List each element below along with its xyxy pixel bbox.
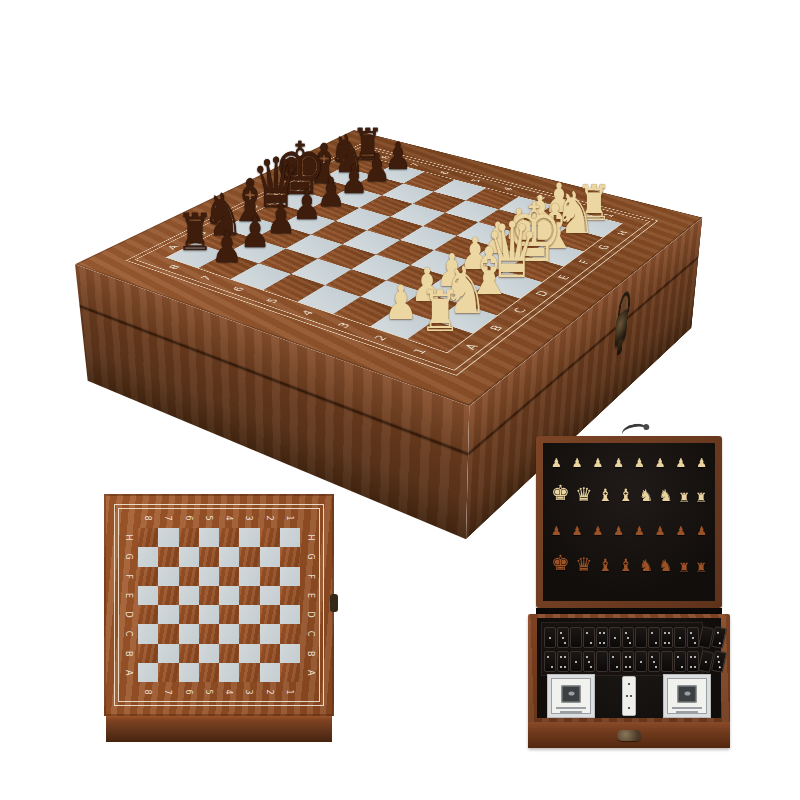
card-deck-text-line <box>672 707 702 709</box>
closed-square-h7 <box>158 528 178 547</box>
coordinate-label: B <box>300 643 319 663</box>
coordinate-label: 8 <box>151 258 197 277</box>
closed-square-a6 <box>179 663 199 682</box>
square-c2 <box>422 276 483 304</box>
coordinate-label: A <box>448 334 494 360</box>
closed-square-e8 <box>138 586 158 605</box>
closed-square-d2 <box>260 605 280 624</box>
coordinate-label: 8 <box>138 508 158 528</box>
closed-box-top-face: 87654321 87654321 HGFEDCBA HGFEDCBA <box>104 494 334 716</box>
closed-square-d4 <box>219 605 239 624</box>
coordinate-label: G <box>300 547 319 567</box>
closed-square-f7 <box>158 567 178 586</box>
closed-square-e3 <box>239 586 259 605</box>
coordinate-label: E <box>300 585 319 605</box>
closed-file-labels-right: HGFEDCBA <box>300 528 320 682</box>
coordinate-label: 1 <box>280 508 300 528</box>
tray-row-dark-pieces: ♚♛♝♝♞♞♜♜ <box>551 553 707 574</box>
domino-tile <box>570 627 582 648</box>
coordinate-label: 6 <box>179 682 199 702</box>
card-deck-text-line <box>676 711 698 713</box>
base-latch-plate <box>617 730 641 741</box>
closed-square-f3 <box>239 567 259 586</box>
domino-tile <box>544 651 556 672</box>
coordinate-label: 2 <box>260 682 280 702</box>
domino-tile <box>622 651 634 672</box>
tray-piece-dark-king: ♚ <box>551 553 570 574</box>
tray-piece-dark-bishop: ♝ <box>598 557 613 574</box>
domino-tile <box>622 627 634 648</box>
tray-piece-dark-pawn: ♟ <box>675 525 686 537</box>
domino-tile <box>674 651 686 672</box>
closed-square-d7 <box>158 605 178 624</box>
product-photo-stage: ABCDEFGH ABCDEFGH 87654321 87654321 ♜♞♝♛… <box>0 0 800 800</box>
domino-tile <box>661 627 673 648</box>
coordinate-label: 5 <box>199 508 219 528</box>
closed-square-c5 <box>199 624 219 643</box>
square-b3 <box>360 280 422 308</box>
square-b6 <box>258 249 317 275</box>
square-a6 <box>230 263 291 290</box>
domino-tile <box>557 651 569 672</box>
closed-square-a3 <box>239 663 259 682</box>
closed-square-g5 <box>199 547 219 566</box>
tray-row-light-pieces: ♚♛♝♝♞♞♜♜ <box>551 483 707 504</box>
square-c4 <box>351 254 410 280</box>
closed-square-b8 <box>138 644 158 663</box>
closed-box-side-latch <box>330 594 338 612</box>
closed-box-view: 87654321 87654321 HGFEDCBA HGFEDCBA <box>104 494 334 746</box>
square-b2 <box>396 292 458 321</box>
coordinate-label: C <box>300 624 319 644</box>
tray-piece-dark-knight: ♞ <box>659 558 673 574</box>
closed-square-h1 <box>280 528 300 547</box>
tray-row-dark-pawns: ♟♟♟♟♟♟♟♟ <box>551 525 707 537</box>
open-box-lid: ♟♟♟♟♟♟♟♟♚♛♝♝♞♞♜♜♟♟♟♟♟♟♟♟♚♛♝♝♞♞♜♜ <box>536 436 722 608</box>
closed-square-c4 <box>219 624 239 643</box>
die-face <box>628 707 630 709</box>
domino-tile <box>635 651 647 672</box>
square-e2 <box>469 246 527 271</box>
card-deck-emblem <box>678 685 697 702</box>
coordinate-label: G <box>118 547 137 567</box>
closed-square-h3 <box>239 528 259 547</box>
coordinate-label: H <box>118 528 137 548</box>
square-d3 <box>410 250 468 276</box>
coordinate-label: 2 <box>260 508 280 528</box>
coordinate-label: D <box>521 282 563 304</box>
coordinate-label: 1 <box>280 682 300 702</box>
closed-square-b2 <box>260 644 280 663</box>
closed-square-e6 <box>179 586 199 605</box>
domino-tile <box>635 627 647 648</box>
closed-square-d8 <box>138 605 158 624</box>
closed-square-a1 <box>280 663 300 682</box>
closed-square-e4 <box>219 586 239 605</box>
coordinate-label: 5 <box>199 682 219 702</box>
closed-square-b6 <box>179 644 199 663</box>
cards-row <box>547 674 711 718</box>
coordinate-label: D <box>118 605 137 625</box>
domino-tray <box>541 622 703 676</box>
closed-square-g7 <box>158 547 178 566</box>
closed-square-g2 <box>260 547 280 566</box>
open-box-view: ♟♟♟♟♟♟♟♟♚♛♝♝♞♞♜♜♟♟♟♟♟♟♟♟♚♛♝♝♞♞♜♜ <box>526 424 732 754</box>
closed-square-f6 <box>179 567 199 586</box>
square-a2 <box>370 309 434 340</box>
tray-piece-light-rook: ♜ <box>695 491 707 504</box>
coordinate-label: F <box>300 566 319 586</box>
tray-row-light-pawns: ♟♟♟♟♟♟♟♟ <box>551 457 707 469</box>
closed-square-h6 <box>179 528 199 547</box>
closed-square-b3 <box>239 644 259 663</box>
closed-square-f8 <box>138 567 158 586</box>
domino-tile <box>687 627 699 648</box>
square-d1 <box>482 271 542 298</box>
coordinate-label: E <box>543 267 584 288</box>
closed-square-e1 <box>280 586 300 605</box>
card-deck-right <box>663 674 711 718</box>
coordinate-label: 7 <box>182 268 229 287</box>
base-felt-interior <box>537 618 721 718</box>
coordinate-label: C <box>118 624 137 644</box>
tray-piece-light-pawn: ♟ <box>572 457 583 469</box>
dice-stack <box>622 676 636 716</box>
closed-square-c1 <box>280 624 300 643</box>
closed-square-b7 <box>158 644 178 663</box>
tray-piece-light-bishop: ♝ <box>618 487 633 504</box>
tray-piece-light-king: ♚ <box>551 483 570 504</box>
closed-square-d1 <box>280 605 300 624</box>
tray-piece-dark-rook: ♜ <box>695 561 707 574</box>
closed-square-a8 <box>138 663 158 682</box>
domino-tile <box>583 627 595 648</box>
tray-piece-light-pawn: ♟ <box>592 457 603 469</box>
square-e1 <box>505 256 563 282</box>
domino-tile <box>583 651 595 672</box>
square-f1 <box>527 241 584 266</box>
tray-piece-dark-queen: ♛ <box>575 555 592 574</box>
box-clasp-latch <box>611 287 632 365</box>
closed-square-c8 <box>138 624 158 643</box>
coordinate-label: 7 <box>158 682 178 702</box>
coordinate-label: 4 <box>219 508 239 528</box>
domino-tile <box>648 651 660 672</box>
closed-board-grid <box>138 528 300 682</box>
domino-tile <box>609 651 621 672</box>
coordinate-label: 6 <box>179 508 199 528</box>
closed-square-d6 <box>179 605 199 624</box>
die-pip <box>630 695 632 697</box>
tray-piece-light-knight: ♞ <box>659 488 673 504</box>
closed-square-h8 <box>138 528 158 547</box>
closed-square-a5 <box>199 663 219 682</box>
square-b1 <box>434 303 497 333</box>
coordinate-label: 5 <box>248 291 297 311</box>
closed-square-b1 <box>280 644 300 663</box>
coordinate-label: F <box>564 252 603 273</box>
tray-piece-dark-bishop: ♝ <box>618 557 633 574</box>
square-a8 <box>167 243 226 268</box>
domino-row <box>544 651 700 672</box>
tray-piece-dark-pawn: ♟ <box>696 525 707 537</box>
closed-square-h4 <box>219 528 239 547</box>
coordinate-label: 3 <box>239 508 259 528</box>
tray-piece-light-rook: ♜ <box>678 491 690 504</box>
card-deck-text-line <box>560 711 582 713</box>
closed-square-g8 <box>138 547 158 566</box>
card-deck-left <box>547 674 595 718</box>
coordinate-label: 3 <box>239 682 259 702</box>
domino-tile <box>609 627 621 648</box>
coordinate-label: 7 <box>158 508 178 528</box>
square-d2 <box>446 260 505 287</box>
domino-tile <box>596 627 608 648</box>
tray-piece-light-pawn: ♟ <box>675 457 686 469</box>
coordinate-label: A <box>151 237 195 257</box>
closed-square-a7 <box>158 663 178 682</box>
domino-tile <box>596 651 608 672</box>
tray-piece-dark-pawn: ♟ <box>572 525 583 537</box>
coordinate-label: 3 <box>318 314 369 336</box>
closed-rank-labels-top: 87654321 <box>138 508 300 528</box>
closed-square-h2 <box>260 528 280 547</box>
closed-square-g6 <box>179 547 199 566</box>
tray-piece-light-pawn: ♟ <box>696 457 707 469</box>
square-a1 <box>408 321 473 353</box>
chess-box-3d: ABCDEFGH ABCDEFGH 87654321 87654321 <box>75 130 703 406</box>
tray-piece-light-bishop: ♝ <box>598 487 613 504</box>
tray-piece-light-knight: ♞ <box>639 488 653 504</box>
closed-square-c2 <box>260 624 280 643</box>
closed-square-b4 <box>219 644 239 663</box>
die-pip <box>628 683 630 685</box>
coordinate-label: 6 <box>215 279 263 299</box>
domino-tile <box>544 627 556 648</box>
tray-piece-dark-pawn: ♟ <box>613 525 624 537</box>
closed-square-c7 <box>158 624 178 643</box>
closed-square-g4 <box>219 547 239 566</box>
square-d4 <box>376 240 434 265</box>
lid-felt-piece-tray: ♟♟♟♟♟♟♟♟♚♛♝♝♞♞♜♜♟♟♟♟♟♟♟♟♚♛♝♝♞♞♜♜ <box>543 443 715 601</box>
open-box-front-edge <box>528 722 730 748</box>
closed-square-d3 <box>239 605 259 624</box>
square-a5 <box>263 274 325 302</box>
coordinate-label: A <box>118 662 137 682</box>
domino-tile <box>661 651 673 672</box>
tray-piece-light-pawn: ♟ <box>634 457 645 469</box>
die-face <box>626 695 632 697</box>
closed-square-c3 <box>239 624 259 643</box>
closed-square-e2 <box>260 586 280 605</box>
closed-square-f5 <box>199 567 219 586</box>
domino-tile <box>557 627 569 648</box>
tray-piece-dark-knight: ♞ <box>639 558 653 574</box>
domino-tile <box>687 651 699 672</box>
coordinate-label: E <box>118 585 137 605</box>
domino-tile <box>648 627 660 648</box>
coordinate-label: H <box>300 528 319 548</box>
tray-piece-dark-pawn: ♟ <box>592 525 603 537</box>
closed-square-c6 <box>179 624 199 643</box>
coordinate-label: 4 <box>219 682 239 702</box>
coordinate-label: C <box>498 299 541 323</box>
coordinate-label: F <box>118 566 137 586</box>
domino-row <box>544 627 700 648</box>
tray-piece-light-queen: ♛ <box>575 485 592 504</box>
closed-rank-labels-bottom: 87654321 <box>138 682 300 702</box>
square-a3 <box>333 297 396 327</box>
closed-square-a2 <box>260 663 280 682</box>
coordinate-label: 4 <box>282 302 332 323</box>
coordinate-label: B <box>118 643 137 663</box>
card-deck-text-line <box>556 707 586 709</box>
square-c5 <box>318 244 377 269</box>
coordinate-label: 2 <box>355 327 407 350</box>
closed-square-f1 <box>280 567 300 586</box>
closed-square-g1 <box>280 547 300 566</box>
square-b5 <box>291 259 351 285</box>
coordinate-label: G <box>584 237 622 257</box>
coordinate-label: A <box>300 662 319 682</box>
card-deck-emblem <box>562 685 581 702</box>
closed-square-e5 <box>199 586 219 605</box>
domino-tile <box>674 627 686 648</box>
square-c3 <box>386 265 446 292</box>
closed-square-g3 <box>239 547 259 566</box>
coordinate-label: 1 <box>393 340 446 363</box>
open-box-base <box>528 614 730 748</box>
die-pip <box>628 707 630 709</box>
closed-square-f4 <box>219 567 239 586</box>
tray-piece-dark-pawn: ♟ <box>634 525 645 537</box>
closed-square-h5 <box>199 528 219 547</box>
square-a7 <box>198 253 258 279</box>
die-pip <box>626 695 628 697</box>
closed-square-a4 <box>219 663 239 682</box>
square-a4 <box>298 285 360 314</box>
closed-square-b5 <box>199 644 219 663</box>
die-face <box>628 683 630 685</box>
tray-piece-dark-rook: ♜ <box>678 561 690 574</box>
square-c1 <box>459 287 520 316</box>
coordinate-label: B <box>473 316 518 341</box>
tray-piece-dark-pawn: ♟ <box>551 525 562 537</box>
square-b4 <box>325 269 386 296</box>
coordinate-label: D <box>300 605 319 625</box>
closed-file-labels-left: HGFEDCBA <box>118 528 138 682</box>
closed-box-front-edge <box>106 716 332 742</box>
tray-piece-light-pawn: ♟ <box>613 457 624 469</box>
tray-piece-light-pawn: ♟ <box>551 457 562 469</box>
closed-square-f2 <box>260 567 280 586</box>
closed-square-e7 <box>158 586 178 605</box>
tray-piece-dark-pawn: ♟ <box>655 525 666 537</box>
coordinate-label: 8 <box>138 682 158 702</box>
square-b7 <box>226 239 285 264</box>
closed-square-d5 <box>199 605 219 624</box>
domino-tile <box>570 651 582 672</box>
tray-piece-light-pawn: ♟ <box>655 457 666 469</box>
